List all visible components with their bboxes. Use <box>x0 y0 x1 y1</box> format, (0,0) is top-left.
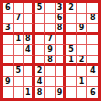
empty-cell-r9c8[interactable] <box>77 87 88 98</box>
empty-cell-r8c9[interactable] <box>87 77 98 88</box>
given-cell-r6c7: 1 <box>66 56 77 67</box>
given-cell-r7c2: 5 <box>14 66 25 77</box>
given-cell-r3c6: 8 <box>56 24 67 35</box>
given-cell-r9c4: 8 <box>35 87 46 98</box>
empty-cell-r2c8[interactable] <box>77 14 88 25</box>
empty-cell-r1c9[interactable] <box>87 3 98 14</box>
empty-cell-r7c5[interactable] <box>45 66 56 77</box>
given-cell-r1c4: 5 <box>35 3 46 14</box>
empty-cell-r1c2[interactable] <box>14 3 25 14</box>
empty-cell-r7c7[interactable] <box>66 66 77 77</box>
empty-cell-r3c2[interactable] <box>14 24 25 35</box>
empty-cell-r4c6[interactable] <box>56 35 67 46</box>
empty-cell-r6c3[interactable] <box>24 56 35 67</box>
empty-cell-r6c6[interactable] <box>56 56 67 67</box>
given-cell-r2c2: 7 <box>14 14 25 25</box>
empty-cell-r3c4[interactable] <box>35 24 46 35</box>
given-cell-r8c4: 4 <box>35 77 46 88</box>
empty-cell-r5c8[interactable] <box>77 45 88 56</box>
empty-cell-r9c5[interactable] <box>45 87 56 98</box>
empty-cell-r2c3[interactable] <box>24 14 35 25</box>
empty-cell-r1c3[interactable] <box>24 3 35 14</box>
given-cell-r6c5: 8 <box>45 56 56 67</box>
empty-cell-r1c8[interactable] <box>77 3 88 14</box>
empty-cell-r4c9[interactable] <box>87 35 98 46</box>
empty-cell-r7c8[interactable] <box>77 66 88 77</box>
given-cell-r3c1: 3 <box>3 24 14 35</box>
empty-cell-r3c7[interactable] <box>66 24 77 35</box>
empty-cell-r9c7[interactable] <box>66 87 77 98</box>
given-cell-r4c5: 7 <box>45 35 56 46</box>
sudoku-board: 65327683891874958125249411896 <box>0 0 101 101</box>
given-cell-r7c4: 2 <box>35 66 46 77</box>
empty-cell-r7c3[interactable] <box>24 66 35 77</box>
given-cell-r1c7: 2 <box>66 3 77 14</box>
empty-cell-r8c2[interactable] <box>14 77 25 88</box>
empty-cell-r6c4[interactable] <box>35 56 46 67</box>
empty-cell-r5c1[interactable] <box>3 45 14 56</box>
empty-cell-r8c3[interactable] <box>24 77 35 88</box>
given-cell-r9c9: 6 <box>87 87 98 98</box>
empty-cell-r3c3[interactable] <box>24 24 35 35</box>
given-cell-r1c6: 3 <box>56 3 67 14</box>
empty-cell-r6c2[interactable] <box>14 56 25 67</box>
empty-cell-r3c5[interactable] <box>45 24 56 35</box>
given-cell-r4c2: 1 <box>14 35 25 46</box>
empty-cell-r2c5[interactable] <box>45 14 56 25</box>
empty-cell-r1c5[interactable] <box>45 3 56 14</box>
empty-cell-r6c9[interactable] <box>87 56 98 67</box>
empty-cell-r2c7[interactable] <box>66 14 77 25</box>
empty-cell-r8c6[interactable] <box>56 77 67 88</box>
empty-cell-r4c4[interactable] <box>35 35 46 46</box>
empty-cell-r5c9[interactable] <box>87 45 98 56</box>
given-cell-r5c7: 5 <box>66 45 77 56</box>
empty-cell-r6c1[interactable] <box>3 56 14 67</box>
empty-cell-r3c9[interactable] <box>87 24 98 35</box>
given-cell-r9c6: 9 <box>56 87 67 98</box>
given-cell-r2c9: 8 <box>87 14 98 25</box>
empty-cell-r9c1[interactable] <box>3 87 14 98</box>
empty-cell-r9c2[interactable] <box>14 87 25 98</box>
empty-cell-r2c4[interactable] <box>35 14 46 25</box>
empty-cell-r7c1[interactable] <box>3 66 14 77</box>
given-cell-r2c6: 6 <box>56 14 67 25</box>
empty-cell-r4c7[interactable] <box>66 35 77 46</box>
empty-cell-r4c8[interactable] <box>77 35 88 46</box>
given-cell-r7c9: 4 <box>87 66 98 77</box>
empty-cell-r8c7[interactable] <box>66 77 77 88</box>
given-cell-r3c8: 9 <box>77 24 88 35</box>
given-cell-r9c3: 1 <box>24 87 35 98</box>
given-cell-r8c1: 9 <box>3 77 14 88</box>
empty-cell-r2c1[interactable] <box>3 14 14 25</box>
empty-cell-r5c2[interactable] <box>14 45 25 56</box>
given-cell-r6c8: 2 <box>77 56 88 67</box>
empty-cell-r5c4[interactable] <box>35 45 46 56</box>
given-cell-r1c1: 6 <box>3 3 14 14</box>
given-cell-r8c8: 1 <box>77 77 88 88</box>
given-cell-r4c3: 8 <box>24 35 35 46</box>
given-cell-r5c5: 9 <box>45 45 56 56</box>
empty-cell-r5c6[interactable] <box>56 45 67 56</box>
empty-cell-r7c6[interactable] <box>56 66 67 77</box>
empty-cell-r8c5[interactable] <box>45 77 56 88</box>
given-cell-r5c3: 4 <box>24 45 35 56</box>
empty-cell-r4c1[interactable] <box>3 35 14 46</box>
